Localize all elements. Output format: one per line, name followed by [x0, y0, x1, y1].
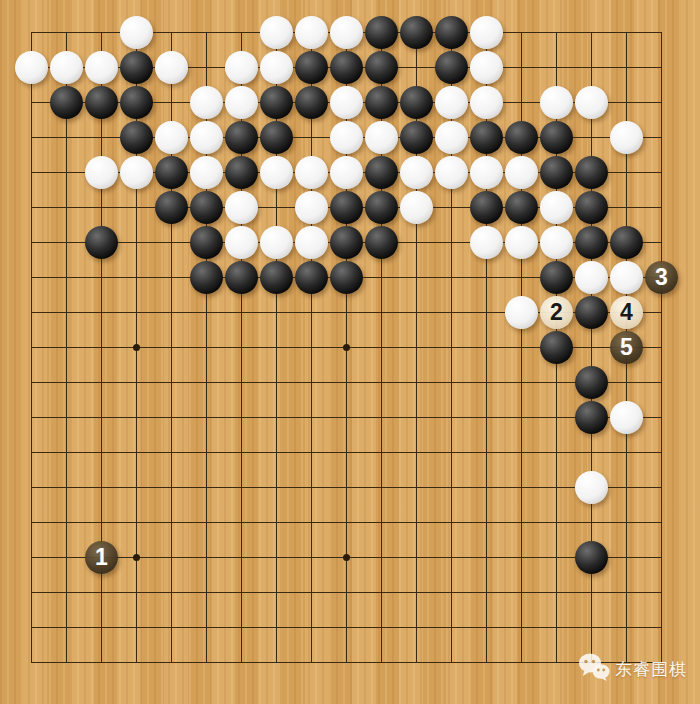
intersection[interactable]	[504, 610, 539, 645]
intersection[interactable]	[189, 470, 224, 505]
intersection[interactable]	[469, 365, 504, 400]
intersection[interactable]	[259, 330, 294, 365]
intersection[interactable]	[469, 260, 504, 295]
intersection[interactable]	[434, 540, 469, 575]
intersection[interactable]	[154, 225, 189, 260]
intersection[interactable]	[469, 225, 504, 260]
intersection[interactable]	[84, 295, 119, 330]
intersection[interactable]	[644, 400, 679, 435]
intersection[interactable]	[539, 120, 574, 155]
intersection[interactable]	[434, 85, 469, 120]
intersection[interactable]	[539, 505, 574, 540]
intersection[interactable]	[574, 435, 609, 470]
intersection[interactable]	[189, 610, 224, 645]
intersection[interactable]: 1	[84, 540, 119, 575]
intersection[interactable]	[329, 225, 364, 260]
intersection[interactable]	[364, 400, 399, 435]
intersection[interactable]	[119, 645, 154, 680]
intersection[interactable]	[119, 15, 154, 50]
intersection[interactable]	[504, 155, 539, 190]
intersection[interactable]	[434, 645, 469, 680]
intersection[interactable]	[119, 365, 154, 400]
intersection[interactable]	[644, 50, 679, 85]
intersection[interactable]	[644, 575, 679, 610]
intersection[interactable]	[259, 260, 294, 295]
intersection[interactable]	[539, 15, 574, 50]
intersection[interactable]	[189, 435, 224, 470]
intersection[interactable]	[329, 540, 364, 575]
intersection[interactable]	[14, 540, 49, 575]
intersection[interactable]	[609, 155, 644, 190]
intersection[interactable]	[574, 225, 609, 260]
intersection[interactable]	[399, 470, 434, 505]
intersection[interactable]	[609, 435, 644, 470]
intersection[interactable]	[154, 505, 189, 540]
intersection[interactable]	[294, 365, 329, 400]
intersection[interactable]	[84, 400, 119, 435]
intersection[interactable]	[574, 15, 609, 50]
intersection[interactable]	[259, 120, 294, 155]
intersection[interactable]	[84, 50, 119, 85]
intersection[interactable]	[469, 190, 504, 225]
intersection[interactable]	[154, 85, 189, 120]
intersection[interactable]	[469, 505, 504, 540]
intersection[interactable]	[14, 260, 49, 295]
intersection[interactable]	[434, 190, 469, 225]
intersection[interactable]	[224, 295, 259, 330]
intersection[interactable]	[119, 505, 154, 540]
intersection[interactable]	[189, 85, 224, 120]
intersection[interactable]	[504, 575, 539, 610]
intersection[interactable]	[154, 295, 189, 330]
intersection[interactable]	[504, 330, 539, 365]
intersection[interactable]	[574, 540, 609, 575]
intersection[interactable]	[539, 330, 574, 365]
intersection[interactable]	[294, 645, 329, 680]
intersection[interactable]	[259, 575, 294, 610]
intersection[interactable]	[504, 365, 539, 400]
intersection[interactable]	[539, 610, 574, 645]
intersection[interactable]	[259, 435, 294, 470]
intersection[interactable]	[399, 540, 434, 575]
intersection[interactable]	[399, 190, 434, 225]
intersection[interactable]	[154, 15, 189, 50]
intersection[interactable]	[259, 610, 294, 645]
intersection[interactable]	[259, 365, 294, 400]
intersection[interactable]	[189, 260, 224, 295]
intersection[interactable]	[154, 50, 189, 85]
intersection[interactable]	[644, 190, 679, 225]
intersection[interactable]	[469, 645, 504, 680]
intersection[interactable]	[329, 190, 364, 225]
intersection[interactable]	[329, 120, 364, 155]
intersection[interactable]	[539, 540, 574, 575]
intersection[interactable]	[224, 470, 259, 505]
intersection[interactable]	[469, 575, 504, 610]
intersection[interactable]	[329, 330, 364, 365]
intersection[interactable]	[189, 120, 224, 155]
intersection[interactable]	[329, 470, 364, 505]
intersection[interactable]	[189, 400, 224, 435]
intersection[interactable]	[14, 50, 49, 85]
intersection[interactable]	[84, 85, 119, 120]
intersection[interactable]	[294, 225, 329, 260]
intersection[interactable]	[504, 505, 539, 540]
intersection[interactable]	[504, 225, 539, 260]
intersection[interactable]	[14, 190, 49, 225]
intersection[interactable]	[644, 610, 679, 645]
intersection[interactable]	[644, 85, 679, 120]
intersection[interactable]	[329, 295, 364, 330]
intersection[interactable]	[84, 575, 119, 610]
intersection[interactable]	[539, 645, 574, 680]
intersection[interactable]	[574, 505, 609, 540]
intersection[interactable]	[434, 505, 469, 540]
intersection[interactable]	[154, 155, 189, 190]
intersection[interactable]	[399, 505, 434, 540]
intersection[interactable]	[644, 365, 679, 400]
intersection[interactable]	[399, 225, 434, 260]
intersection[interactable]	[434, 330, 469, 365]
intersection[interactable]	[539, 365, 574, 400]
intersection[interactable]	[364, 190, 399, 225]
intersection[interactable]	[609, 15, 644, 50]
intersection[interactable]	[574, 260, 609, 295]
intersection[interactable]	[14, 505, 49, 540]
intersection[interactable]	[119, 470, 154, 505]
intersection[interactable]	[119, 540, 154, 575]
intersection[interactable]	[84, 225, 119, 260]
intersection[interactable]	[399, 610, 434, 645]
intersection[interactable]	[224, 610, 259, 645]
intersection[interactable]	[574, 85, 609, 120]
intersection[interactable]	[434, 610, 469, 645]
intersection[interactable]	[14, 295, 49, 330]
intersection[interactable]	[49, 190, 84, 225]
intersection[interactable]	[329, 400, 364, 435]
intersection[interactable]	[49, 470, 84, 505]
intersection[interactable]	[119, 575, 154, 610]
intersection[interactable]	[399, 435, 434, 470]
intersection[interactable]	[49, 50, 84, 85]
intersection[interactable]	[294, 505, 329, 540]
intersection[interactable]	[189, 50, 224, 85]
intersection[interactable]	[224, 540, 259, 575]
intersection[interactable]	[49, 15, 84, 50]
intersection[interactable]	[469, 85, 504, 120]
intersection[interactable]	[399, 155, 434, 190]
intersection[interactable]	[189, 645, 224, 680]
intersection[interactable]	[294, 50, 329, 85]
intersection[interactable]	[574, 470, 609, 505]
intersection[interactable]	[84, 120, 119, 155]
intersection[interactable]	[539, 435, 574, 470]
intersection[interactable]	[504, 295, 539, 330]
intersection[interactable]	[504, 540, 539, 575]
intersection[interactable]	[574, 120, 609, 155]
intersection[interactable]	[434, 15, 469, 50]
intersection[interactable]	[539, 575, 574, 610]
intersection[interactable]	[14, 435, 49, 470]
intersection[interactable]	[189, 295, 224, 330]
intersection[interactable]	[574, 190, 609, 225]
intersection[interactable]	[399, 120, 434, 155]
intersection[interactable]	[469, 400, 504, 435]
intersection[interactable]	[259, 50, 294, 85]
intersection[interactable]	[14, 575, 49, 610]
intersection[interactable]	[224, 645, 259, 680]
intersection[interactable]	[119, 85, 154, 120]
intersection[interactable]	[49, 260, 84, 295]
intersection[interactable]	[364, 330, 399, 365]
intersection[interactable]	[364, 260, 399, 295]
intersection[interactable]	[609, 260, 644, 295]
intersection[interactable]	[399, 295, 434, 330]
intersection[interactable]	[14, 610, 49, 645]
intersection[interactable]	[469, 15, 504, 50]
intersection[interactable]	[469, 295, 504, 330]
intersection[interactable]	[154, 190, 189, 225]
intersection[interactable]	[14, 400, 49, 435]
intersection[interactable]	[294, 330, 329, 365]
intersection[interactable]	[364, 575, 399, 610]
intersection[interactable]	[644, 435, 679, 470]
intersection[interactable]	[259, 645, 294, 680]
intersection[interactable]	[399, 260, 434, 295]
intersection[interactable]	[504, 260, 539, 295]
intersection[interactable]	[119, 155, 154, 190]
intersection[interactable]	[294, 540, 329, 575]
intersection[interactable]	[14, 365, 49, 400]
intersection[interactable]	[224, 400, 259, 435]
intersection[interactable]	[329, 260, 364, 295]
intersection[interactable]	[364, 295, 399, 330]
intersection[interactable]	[14, 470, 49, 505]
intersection[interactable]	[644, 470, 679, 505]
intersection[interactable]	[609, 505, 644, 540]
intersection[interactable]	[49, 330, 84, 365]
intersection[interactable]	[364, 365, 399, 400]
intersection[interactable]	[154, 400, 189, 435]
intersection[interactable]	[399, 400, 434, 435]
intersection[interactable]	[539, 155, 574, 190]
intersection[interactable]	[469, 155, 504, 190]
intersection[interactable]	[189, 540, 224, 575]
intersection[interactable]	[574, 295, 609, 330]
intersection[interactable]	[644, 505, 679, 540]
intersection[interactable]	[364, 15, 399, 50]
intersection[interactable]	[644, 225, 679, 260]
intersection[interactable]	[329, 50, 364, 85]
intersection[interactable]	[364, 120, 399, 155]
intersection[interactable]	[189, 365, 224, 400]
intersection[interactable]	[259, 540, 294, 575]
intersection[interactable]	[399, 645, 434, 680]
intersection[interactable]	[224, 225, 259, 260]
intersection[interactable]	[259, 470, 294, 505]
intersection[interactable]	[119, 400, 154, 435]
intersection[interactable]	[609, 470, 644, 505]
intersection[interactable]	[434, 470, 469, 505]
intersection[interactable]	[49, 435, 84, 470]
intersection[interactable]	[224, 260, 259, 295]
intersection[interactable]	[84, 190, 119, 225]
intersection[interactable]	[84, 155, 119, 190]
intersection[interactable]	[84, 365, 119, 400]
intersection[interactable]: 4	[609, 295, 644, 330]
intersection[interactable]	[434, 400, 469, 435]
intersection[interactable]	[609, 85, 644, 120]
intersection[interactable]	[364, 610, 399, 645]
intersection[interactable]	[609, 610, 644, 645]
intersection[interactable]	[574, 400, 609, 435]
intersection[interactable]	[294, 575, 329, 610]
intersection[interactable]	[574, 330, 609, 365]
intersection[interactable]	[259, 190, 294, 225]
intersection[interactable]	[189, 225, 224, 260]
intersection[interactable]	[539, 470, 574, 505]
intersection[interactable]	[154, 365, 189, 400]
intersection[interactable]	[364, 225, 399, 260]
intersection[interactable]	[49, 155, 84, 190]
intersection[interactable]	[119, 190, 154, 225]
intersection[interactable]	[399, 575, 434, 610]
intersection[interactable]	[504, 400, 539, 435]
intersection[interactable]	[469, 610, 504, 645]
intersection[interactable]	[364, 470, 399, 505]
intersection[interactable]	[49, 365, 84, 400]
intersection[interactable]	[364, 435, 399, 470]
intersection[interactable]	[84, 435, 119, 470]
intersection[interactable]	[259, 505, 294, 540]
intersection[interactable]	[574, 155, 609, 190]
intersection[interactable]	[154, 330, 189, 365]
intersection[interactable]	[539, 260, 574, 295]
intersection[interactable]	[294, 295, 329, 330]
intersection[interactable]	[469, 470, 504, 505]
intersection[interactable]	[49, 295, 84, 330]
intersection[interactable]	[14, 120, 49, 155]
intersection[interactable]	[119, 50, 154, 85]
intersection[interactable]	[294, 120, 329, 155]
intersection[interactable]	[644, 540, 679, 575]
intersection[interactable]: 2	[539, 295, 574, 330]
intersection[interactable]	[399, 15, 434, 50]
intersection[interactable]	[434, 155, 469, 190]
intersection[interactable]	[259, 155, 294, 190]
intersection[interactable]	[154, 470, 189, 505]
intersection[interactable]	[224, 330, 259, 365]
intersection[interactable]	[329, 435, 364, 470]
intersection[interactable]	[609, 50, 644, 85]
intersection[interactable]	[119, 295, 154, 330]
intersection[interactable]	[224, 435, 259, 470]
intersection[interactable]	[84, 260, 119, 295]
intersection[interactable]	[364, 50, 399, 85]
intersection[interactable]	[189, 15, 224, 50]
intersection[interactable]	[84, 645, 119, 680]
intersection[interactable]	[14, 85, 49, 120]
intersection[interactable]	[259, 400, 294, 435]
intersection[interactable]	[154, 120, 189, 155]
intersection[interactable]	[469, 435, 504, 470]
intersection[interactable]	[189, 330, 224, 365]
intersection[interactable]	[364, 85, 399, 120]
intersection[interactable]	[504, 85, 539, 120]
intersection[interactable]	[504, 15, 539, 50]
intersection[interactable]	[224, 365, 259, 400]
intersection[interactable]	[434, 575, 469, 610]
intersection[interactable]	[259, 225, 294, 260]
intersection[interactable]	[329, 610, 364, 645]
intersection[interactable]	[574, 575, 609, 610]
intersection[interactable]	[224, 155, 259, 190]
intersection[interactable]	[14, 15, 49, 50]
intersection[interactable]	[294, 400, 329, 435]
intersection[interactable]	[14, 225, 49, 260]
intersection[interactable]	[434, 120, 469, 155]
intersection[interactable]	[539, 400, 574, 435]
intersection[interactable]	[189, 155, 224, 190]
intersection[interactable]	[154, 575, 189, 610]
intersection[interactable]	[539, 50, 574, 85]
intersection[interactable]	[434, 260, 469, 295]
intersection[interactable]	[84, 505, 119, 540]
intersection[interactable]	[189, 505, 224, 540]
intersection[interactable]	[14, 155, 49, 190]
intersection[interactable]	[224, 505, 259, 540]
intersection[interactable]	[294, 155, 329, 190]
intersection[interactable]	[49, 575, 84, 610]
intersection[interactable]	[399, 85, 434, 120]
intersection[interactable]	[434, 225, 469, 260]
intersection[interactable]	[84, 330, 119, 365]
intersection[interactable]	[294, 435, 329, 470]
intersection[interactable]	[364, 645, 399, 680]
intersection[interactable]	[49, 610, 84, 645]
intersection[interactable]	[14, 330, 49, 365]
intersection[interactable]	[119, 120, 154, 155]
intersection[interactable]	[469, 120, 504, 155]
intersection[interactable]	[14, 645, 49, 680]
intersection[interactable]	[644, 330, 679, 365]
intersection[interactable]	[294, 470, 329, 505]
intersection[interactable]	[84, 15, 119, 50]
intersection[interactable]	[609, 575, 644, 610]
intersection[interactable]	[644, 295, 679, 330]
intersection[interactable]	[154, 435, 189, 470]
intersection[interactable]	[294, 190, 329, 225]
intersection[interactable]	[224, 190, 259, 225]
intersection[interactable]	[329, 155, 364, 190]
intersection[interactable]	[294, 260, 329, 295]
intersection[interactable]	[49, 505, 84, 540]
intersection[interactable]	[504, 645, 539, 680]
intersection[interactable]	[364, 540, 399, 575]
intersection[interactable]	[49, 120, 84, 155]
intersection[interactable]	[189, 190, 224, 225]
intersection[interactable]	[329, 505, 364, 540]
intersection[interactable]	[329, 15, 364, 50]
intersection[interactable]	[574, 365, 609, 400]
intersection[interactable]	[49, 400, 84, 435]
intersection[interactable]	[574, 50, 609, 85]
intersection[interactable]	[364, 155, 399, 190]
intersection[interactable]	[49, 645, 84, 680]
intersection[interactable]	[574, 610, 609, 645]
intersection[interactable]	[609, 365, 644, 400]
intersection[interactable]	[399, 50, 434, 85]
